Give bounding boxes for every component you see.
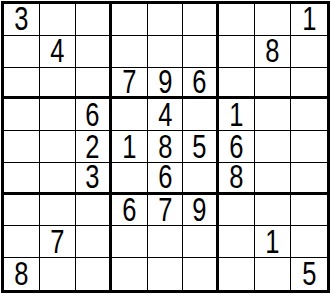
cell-r6c1[interactable] [4,163,40,195]
cell-r8c5[interactable] [148,226,184,258]
digit: 6 [193,68,207,100]
cell-r7c1[interactable] [4,195,40,227]
cell-r3c5[interactable]: 9 [148,68,184,100]
digit: 3 [14,4,28,36]
cell-r8c1[interactable] [4,226,40,258]
cell-r4c1[interactable] [4,99,40,131]
digit: 6 [85,99,99,131]
cell-r3c9[interactable] [291,68,327,100]
cell-r7c7[interactable] [219,195,255,227]
digit: 8 [158,131,172,163]
cell-r2c4[interactable] [112,36,148,68]
digit: 5 [302,258,316,290]
cell-r3c7[interactable] [219,68,255,100]
cell-r1c4[interactable] [112,4,148,36]
digit: 7 [122,68,136,100]
cell-r4c3[interactable]: 6 [76,99,112,131]
cell-r8c2[interactable]: 7 [40,226,76,258]
digit: 8 [14,258,28,290]
digit: 8 [266,36,280,68]
cell-r9c6[interactable] [183,258,219,290]
cell-r9c9[interactable]: 5 [291,258,327,290]
cell-r2c1[interactable] [4,36,40,68]
digit: 2 [85,131,99,163]
cell-r6c7[interactable]: 8 [219,163,255,195]
cell-r2c8[interactable]: 8 [255,36,291,68]
cell-r5c5[interactable]: 8 [148,131,184,163]
cell-r6c5[interactable]: 6 [148,163,184,195]
digit: 3 [85,163,99,195]
cell-r2c2[interactable]: 4 [40,36,76,68]
cell-r1c1[interactable]: 3 [4,4,40,36]
cell-r5c6[interactable]: 5 [183,131,219,163]
cell-r2c6[interactable] [183,36,219,68]
cell-r3c1[interactable] [4,68,40,100]
cell-r7c8[interactable] [255,195,291,227]
cell-r7c4[interactable]: 6 [112,195,148,227]
cell-r2c3[interactable] [76,36,112,68]
cell-r6c6[interactable] [183,163,219,195]
cell-r7c9[interactable] [291,195,327,227]
digit: 6 [122,195,136,227]
cell-r5c4[interactable]: 1 [112,131,148,163]
sudoku-board: 3148796641218563686797185 [1,1,330,293]
cell-r6c4[interactable] [112,163,148,195]
cell-r5c7[interactable]: 6 [219,131,255,163]
cell-r1c2[interactable] [40,4,76,36]
cell-r8c7[interactable] [219,226,255,258]
cell-r5c8[interactable] [255,131,291,163]
cell-r1c6[interactable] [183,4,219,36]
digit: 5 [193,131,207,163]
cell-r5c9[interactable] [291,131,327,163]
digit: 1 [230,99,244,131]
cell-r7c3[interactable] [76,195,112,227]
cell-r9c2[interactable] [40,258,76,290]
cell-r9c7[interactable] [219,258,255,290]
cell-r1c7[interactable] [219,4,255,36]
cell-r5c2[interactable] [40,131,76,163]
cell-r4c5[interactable]: 4 [148,99,184,131]
cell-r4c9[interactable] [291,99,327,131]
digit: 4 [158,99,172,131]
digit: 4 [50,36,64,68]
cell-r8c8[interactable]: 1 [255,226,291,258]
cell-r3c3[interactable] [76,68,112,100]
cell-r6c8[interactable] [255,163,291,195]
cell-r9c4[interactable] [112,258,148,290]
cell-r3c8[interactable] [255,68,291,100]
cell-r3c4[interactable]: 7 [112,68,148,100]
cell-r7c6[interactable]: 9 [183,195,219,227]
cell-r5c1[interactable] [4,131,40,163]
cell-r6c2[interactable] [40,163,76,195]
cell-r4c6[interactable] [183,99,219,131]
cell-r8c6[interactable] [183,226,219,258]
digit: 1 [302,4,316,36]
digit: 8 [230,163,244,195]
cell-r4c2[interactable] [40,99,76,131]
digit: 9 [193,195,207,227]
cell-r4c7[interactable]: 1 [219,99,255,131]
cell-r2c9[interactable] [291,36,327,68]
cell-r2c5[interactable] [148,36,184,68]
digit: 9 [158,68,172,100]
cell-r5c3[interactable]: 2 [76,131,112,163]
cell-r3c6[interactable]: 6 [183,68,219,100]
cell-r8c4[interactable] [112,226,148,258]
digit: 1 [122,131,136,163]
cell-r8c3[interactable] [76,226,112,258]
cell-r9c1[interactable]: 8 [4,258,40,290]
cell-r9c5[interactable] [148,258,184,290]
digit: 7 [158,195,172,227]
cell-r9c3[interactable] [76,258,112,290]
cell-r6c3[interactable]: 3 [76,163,112,195]
cell-r7c2[interactable] [40,195,76,227]
cell-r9c8[interactable] [255,258,291,290]
digit: 6 [158,163,172,195]
digit: 1 [266,226,280,258]
cell-r1c8[interactable] [255,4,291,36]
cell-r1c5[interactable] [148,4,184,36]
cell-r6c9[interactable] [291,163,327,195]
cell-r4c8[interactable] [255,99,291,131]
cell-r7c5[interactable]: 7 [148,195,184,227]
cell-r1c3[interactable] [76,4,112,36]
digit: 7 [50,226,64,258]
cell-r2c7[interactable] [219,36,255,68]
cell-r4c4[interactable] [112,99,148,131]
cell-r1c9[interactable]: 1 [291,4,327,36]
digit: 6 [230,131,244,163]
cell-r8c9[interactable] [291,226,327,258]
cell-r3c2[interactable] [40,68,76,100]
